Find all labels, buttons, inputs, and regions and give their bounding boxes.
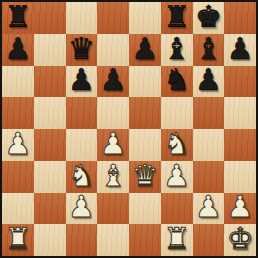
square-a7[interactable]: ♟ [2, 34, 34, 66]
square-c8[interactable] [66, 2, 98, 34]
piece-black-knight[interactable]: ♞ [163, 66, 190, 96]
piece-white-king[interactable]: ♚ [227, 224, 254, 254]
square-a8[interactable]: ♜ [2, 2, 34, 34]
square-b7[interactable] [34, 34, 66, 66]
square-a2[interactable] [2, 193, 34, 225]
square-c5[interactable] [66, 97, 98, 129]
piece-black-pawn[interactable]: ♟ [227, 34, 254, 64]
piece-black-bishop[interactable]: ♝ [195, 34, 222, 64]
square-d5[interactable] [97, 97, 129, 129]
square-g3[interactable] [193, 161, 225, 193]
square-g4[interactable] [193, 129, 225, 161]
square-f8[interactable]: ♜ [161, 2, 193, 34]
square-c3[interactable]: ♞ [66, 161, 98, 193]
square-e3[interactable]: ♛ [129, 161, 161, 193]
square-g5[interactable] [193, 97, 225, 129]
piece-black-queen[interactable]: ♛ [68, 34, 95, 64]
square-d2[interactable] [97, 193, 129, 225]
square-c6[interactable]: ♟ [66, 66, 98, 98]
chess-board: ♜♜♚♟♛♟♝♝♟♟♟♞♟♟♟♞♞♝♛♟♟♟♟♜♜♚ [2, 2, 256, 256]
square-h5[interactable] [224, 97, 256, 129]
square-f6[interactable]: ♞ [161, 66, 193, 98]
piece-white-pawn[interactable]: ♟ [100, 129, 127, 159]
piece-black-pawn[interactable]: ♟ [4, 34, 31, 64]
square-g6[interactable]: ♟ [193, 66, 225, 98]
square-b2[interactable] [34, 193, 66, 225]
piece-white-pawn[interactable]: ♟ [227, 193, 254, 223]
square-h4[interactable] [224, 129, 256, 161]
square-c1[interactable] [66, 224, 98, 256]
square-e4[interactable] [129, 129, 161, 161]
piece-white-queen[interactable]: ♛ [131, 161, 158, 191]
square-h2[interactable]: ♟ [224, 193, 256, 225]
square-e6[interactable] [129, 66, 161, 98]
square-f7[interactable]: ♝ [161, 34, 193, 66]
piece-white-rook[interactable]: ♜ [163, 224, 190, 254]
piece-black-pawn[interactable]: ♟ [195, 66, 222, 96]
piece-white-pawn[interactable]: ♟ [4, 129, 31, 159]
square-a5[interactable] [2, 97, 34, 129]
square-e1[interactable] [129, 224, 161, 256]
square-c2[interactable]: ♟ [66, 193, 98, 225]
square-f4[interactable]: ♞ [161, 129, 193, 161]
square-h6[interactable] [224, 66, 256, 98]
square-b6[interactable] [34, 66, 66, 98]
square-g8[interactable]: ♚ [193, 2, 225, 34]
piece-white-knight[interactable]: ♞ [163, 129, 190, 159]
square-e7[interactable]: ♟ [129, 34, 161, 66]
piece-white-bishop[interactable]: ♝ [100, 161, 127, 191]
piece-white-knight[interactable]: ♞ [68, 161, 95, 191]
board-frame: ♜♜♚♟♛♟♝♝♟♟♟♞♟♟♟♞♞♝♛♟♟♟♟♜♜♚ [0, 0, 258, 258]
piece-black-king[interactable]: ♚ [195, 2, 222, 32]
square-f3[interactable]: ♟ [161, 161, 193, 193]
piece-white-pawn[interactable]: ♟ [195, 193, 222, 223]
square-b8[interactable] [34, 2, 66, 34]
piece-white-pawn[interactable]: ♟ [163, 161, 190, 191]
square-d1[interactable] [97, 224, 129, 256]
square-d7[interactable] [97, 34, 129, 66]
piece-black-bishop[interactable]: ♝ [163, 34, 190, 64]
square-a4[interactable]: ♟ [2, 129, 34, 161]
square-f2[interactable] [161, 193, 193, 225]
square-d3[interactable]: ♝ [97, 161, 129, 193]
square-c4[interactable] [66, 129, 98, 161]
square-a6[interactable] [2, 66, 34, 98]
square-d4[interactable]: ♟ [97, 129, 129, 161]
square-f5[interactable] [161, 97, 193, 129]
square-b5[interactable] [34, 97, 66, 129]
square-h7[interactable]: ♟ [224, 34, 256, 66]
square-e8[interactable] [129, 2, 161, 34]
piece-black-pawn[interactable]: ♟ [100, 66, 127, 96]
piece-white-rook[interactable]: ♜ [4, 224, 31, 254]
square-e2[interactable] [129, 193, 161, 225]
square-f1[interactable]: ♜ [161, 224, 193, 256]
piece-black-pawn[interactable]: ♟ [131, 34, 158, 64]
square-e5[interactable] [129, 97, 161, 129]
piece-white-pawn[interactable]: ♟ [68, 193, 95, 223]
square-a3[interactable] [2, 161, 34, 193]
square-a1[interactable]: ♜ [2, 224, 34, 256]
square-b3[interactable] [34, 161, 66, 193]
square-d6[interactable]: ♟ [97, 66, 129, 98]
square-d8[interactable] [97, 2, 129, 34]
square-g2[interactable]: ♟ [193, 193, 225, 225]
square-h1[interactable]: ♚ [224, 224, 256, 256]
square-c7[interactable]: ♛ [66, 34, 98, 66]
piece-black-rook[interactable]: ♜ [4, 2, 31, 32]
square-b4[interactable] [34, 129, 66, 161]
square-h3[interactable] [224, 161, 256, 193]
square-g7[interactable]: ♝ [193, 34, 225, 66]
square-h8[interactable] [224, 2, 256, 34]
square-b1[interactable] [34, 224, 66, 256]
piece-black-rook[interactable]: ♜ [163, 2, 190, 32]
piece-black-pawn[interactable]: ♟ [68, 66, 95, 96]
square-g1[interactable] [193, 224, 225, 256]
